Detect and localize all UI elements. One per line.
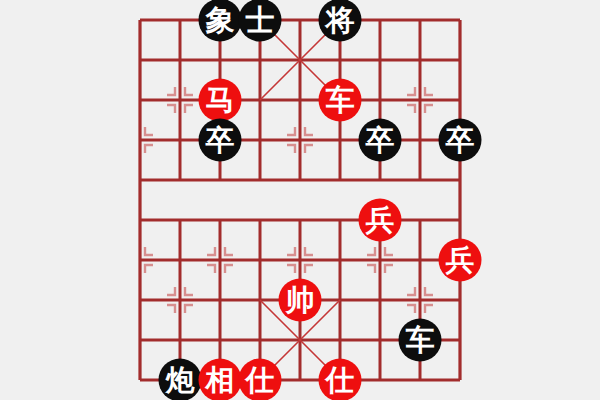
board-intersection[interactable]: 仕 <box>320 360 360 400</box>
board-intersection[interactable]: 象 <box>200 0 240 40</box>
board-intersection[interactable] <box>440 80 480 120</box>
board-intersection[interactable] <box>280 240 320 280</box>
board-intersection[interactable] <box>120 320 160 360</box>
board-intersection[interactable]: 仕 <box>240 360 280 400</box>
piece-red-soldier[interactable]: 兵 <box>359 199 402 242</box>
board-intersection[interactable] <box>240 240 280 280</box>
board-intersection[interactable]: 马 <box>200 80 240 120</box>
board-intersection[interactable]: 相 <box>200 360 240 400</box>
board-intersection[interactable] <box>200 200 240 240</box>
board-intersection[interactable] <box>240 280 280 320</box>
piece-red-general[interactable]: 帅 <box>279 279 322 322</box>
board-intersection[interactable] <box>400 280 440 320</box>
board-intersection[interactable] <box>160 200 200 240</box>
board-intersection[interactable] <box>360 80 400 120</box>
piece-red-horse[interactable]: 马 <box>199 79 242 122</box>
xiangqi-board: 象士将马车卒卒卒兵兵帅车炮相仕仕 <box>120 0 480 400</box>
board-intersection[interactable] <box>120 80 160 120</box>
board-intersection[interactable] <box>200 240 240 280</box>
board-intersection[interactable] <box>240 120 280 160</box>
board-intersection[interactable]: 炮 <box>160 360 200 400</box>
board-intersection[interactable] <box>160 80 200 120</box>
board-intersection[interactable] <box>280 160 320 200</box>
board-intersection[interactable] <box>240 80 280 120</box>
board-intersection[interactable] <box>160 280 200 320</box>
board-intersection[interactable] <box>360 240 400 280</box>
board-intersection[interactable] <box>240 200 280 240</box>
board-intersection[interactable] <box>440 360 480 400</box>
board-intersection[interactable] <box>440 40 480 80</box>
board-intersection[interactable] <box>440 320 480 360</box>
board-intersection[interactable]: 兵 <box>360 200 400 240</box>
board-intersection[interactable] <box>280 200 320 240</box>
board-intersection[interactable] <box>360 280 400 320</box>
board-intersection[interactable] <box>160 320 200 360</box>
board-intersection[interactable] <box>240 40 280 80</box>
board-intersection[interactable] <box>120 200 160 240</box>
board-intersection[interactable] <box>280 40 320 80</box>
piece-red-soldier[interactable]: 兵 <box>439 239 482 282</box>
piece-black-soldier[interactable]: 卒 <box>439 119 482 162</box>
board-intersection[interactable]: 士 <box>240 0 280 40</box>
board-intersection[interactable] <box>360 160 400 200</box>
board-intersection[interactable] <box>400 0 440 40</box>
board-intersection[interactable] <box>160 0 200 40</box>
board-intersection[interactable] <box>200 40 240 80</box>
piece-black-soldier[interactable]: 卒 <box>199 119 242 162</box>
board-intersection[interactable] <box>400 80 440 120</box>
board-intersection[interactable]: 兵 <box>440 240 480 280</box>
board-intersection[interactable] <box>320 280 360 320</box>
board-intersection[interactable]: 卒 <box>360 120 400 160</box>
piece-black-soldier[interactable]: 卒 <box>359 119 402 162</box>
board-intersection[interactable] <box>160 160 200 200</box>
board-intersection[interactable] <box>120 120 160 160</box>
board-intersection[interactable] <box>400 360 440 400</box>
board-intersection[interactable] <box>360 320 400 360</box>
xiangqi-app: 象士将马车卒卒卒兵兵帅车炮相仕仕 <box>0 0 600 400</box>
board-intersection[interactable] <box>160 120 200 160</box>
board-intersection[interactable]: 卒 <box>200 120 240 160</box>
board-intersection[interactable] <box>160 240 200 280</box>
board-intersection[interactable]: 车 <box>320 80 360 120</box>
board-intersection[interactable] <box>360 360 400 400</box>
board-intersection[interactable] <box>120 0 160 40</box>
board-intersection[interactable] <box>120 280 160 320</box>
board-intersection[interactable] <box>280 120 320 160</box>
piece-black-general[interactable]: 将 <box>319 0 362 42</box>
board-intersection[interactable] <box>280 320 320 360</box>
board-intersection[interactable] <box>440 280 480 320</box>
board-intersection[interactable] <box>360 40 400 80</box>
board-intersection[interactable]: 卒 <box>440 120 480 160</box>
board-intersection[interactable] <box>320 320 360 360</box>
board-intersection[interactable] <box>400 160 440 200</box>
piece-red-advisor[interactable]: 仕 <box>239 359 282 400</box>
board-intersection[interactable] <box>240 320 280 360</box>
board-intersection[interactable] <box>320 160 360 200</box>
board-intersection[interactable]: 将 <box>320 0 360 40</box>
piece-black-elephant[interactable]: 象 <box>199 0 242 42</box>
board-intersection[interactable] <box>160 40 200 80</box>
board-intersection[interactable] <box>240 160 280 200</box>
board-intersection[interactable] <box>200 160 240 200</box>
board-intersection[interactable] <box>280 80 320 120</box>
piece-black-cannon[interactable]: 炮 <box>159 359 202 400</box>
piece-black-advisor[interactable]: 士 <box>239 0 282 42</box>
board-intersection[interactable] <box>400 40 440 80</box>
board-intersection[interactable] <box>120 360 160 400</box>
board-intersection[interactable] <box>440 160 480 200</box>
board-intersection[interactable] <box>320 200 360 240</box>
board-intersection[interactable]: 帅 <box>280 280 320 320</box>
board-intersection[interactable] <box>120 40 160 80</box>
board-intersection[interactable] <box>440 0 480 40</box>
board-intersection[interactable] <box>280 360 320 400</box>
board-intersection[interactable] <box>120 240 160 280</box>
board-intersection[interactable] <box>280 0 320 40</box>
board-intersection[interactable] <box>320 240 360 280</box>
board-intersection[interactable] <box>440 200 480 240</box>
board-intersection[interactable]: 车 <box>400 320 440 360</box>
board-intersection[interactable] <box>400 120 440 160</box>
board-intersection[interactable] <box>200 280 240 320</box>
piece-black-chariot[interactable]: 车 <box>399 319 442 362</box>
board-intersection[interactable] <box>400 200 440 240</box>
board-intersection[interactable] <box>360 0 400 40</box>
board-intersection[interactable] <box>320 40 360 80</box>
board-intersection[interactable] <box>320 120 360 160</box>
board-intersection[interactable] <box>200 320 240 360</box>
piece-red-advisor[interactable]: 仕 <box>319 359 362 400</box>
board-intersection[interactable] <box>120 160 160 200</box>
piece-red-elephant[interactable]: 相 <box>199 359 242 400</box>
board-intersection[interactable] <box>400 240 440 280</box>
piece-red-chariot[interactable]: 车 <box>319 79 362 122</box>
